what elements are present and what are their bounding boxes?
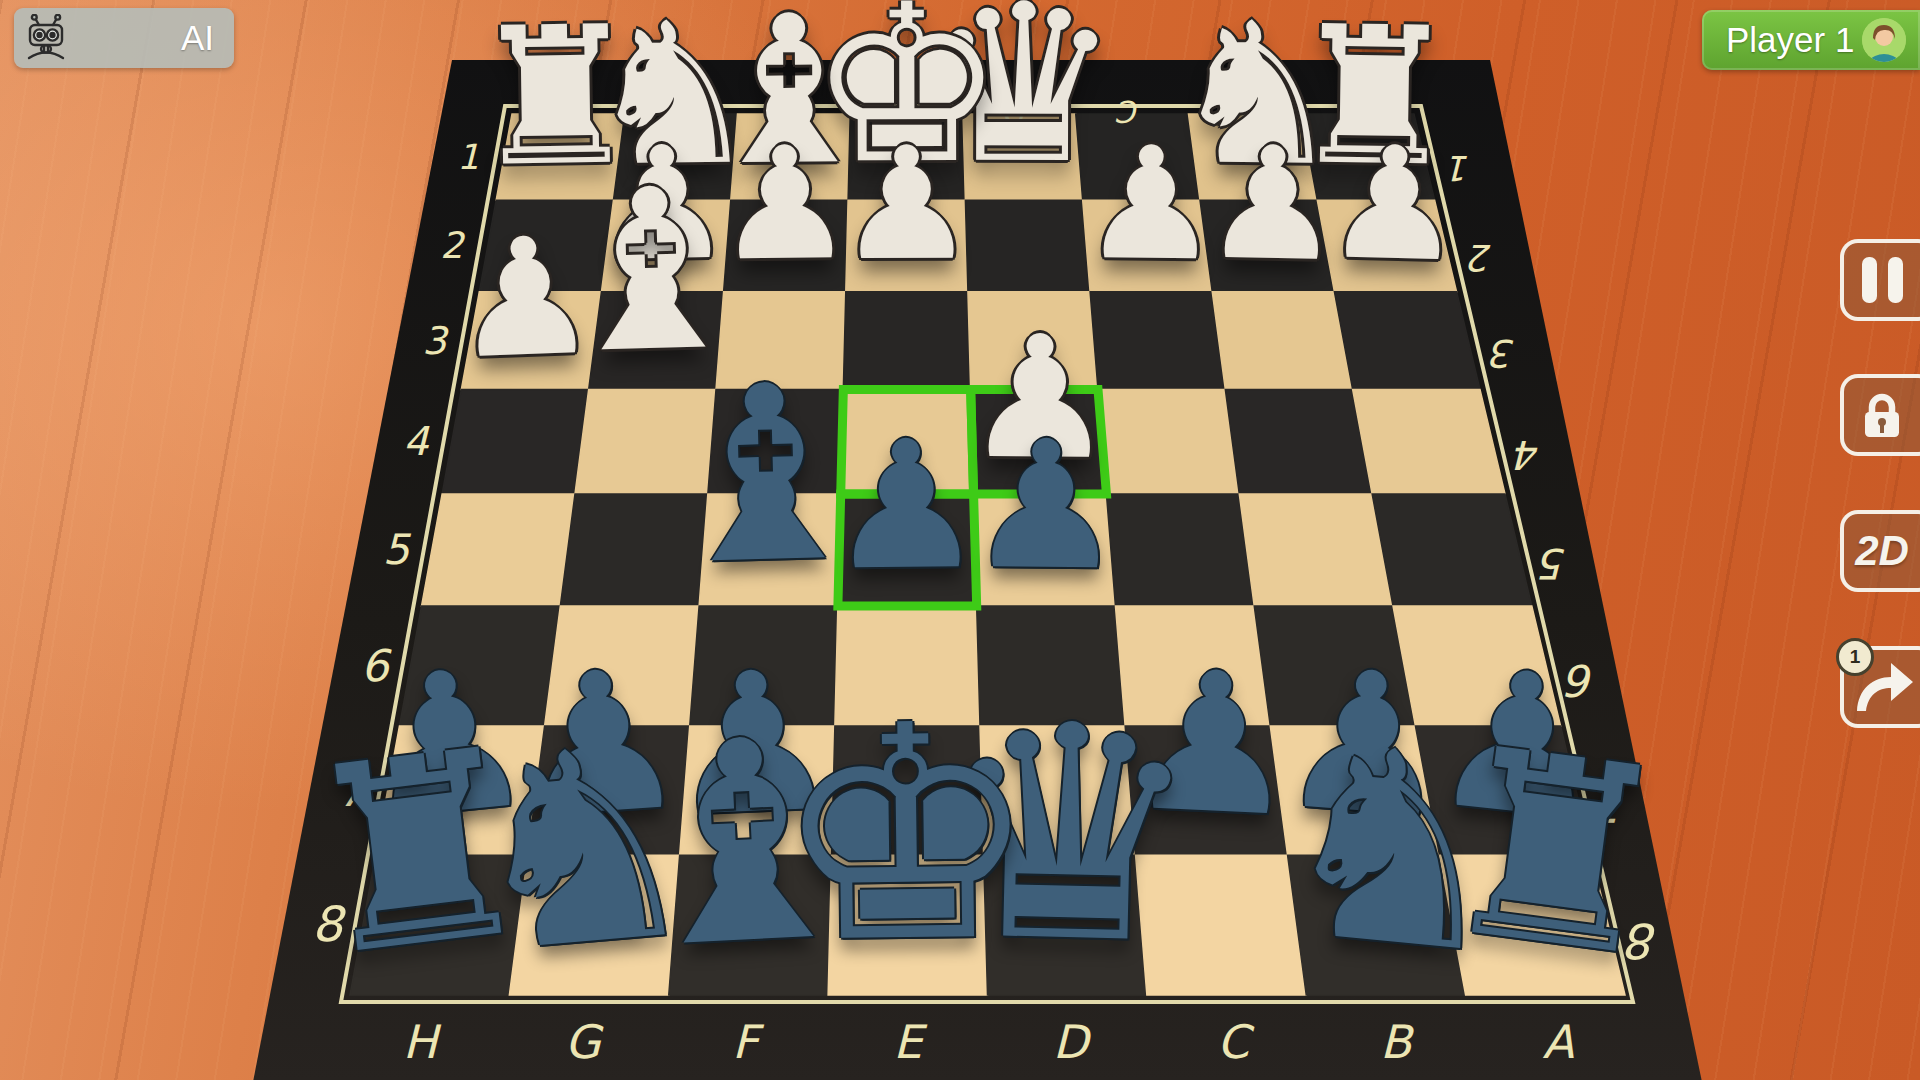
player-name: Player 1 — [1726, 20, 1854, 60]
pause-icon — [1862, 257, 1903, 303]
rank-label-right-4: 4 — [1514, 432, 1541, 478]
square-h5[interactable] — [422, 494, 575, 606]
square-a4[interactable] — [1353, 390, 1505, 494]
rank-label-right-2: 2 — [1467, 236, 1493, 279]
file-label-bottom-B: B — [1380, 1015, 1415, 1069]
square-b3[interactable] — [1212, 292, 1352, 390]
robot-icon — [22, 14, 70, 62]
file-label-bottom-A: A — [1543, 1015, 1575, 1069]
rank-label-left-3: 3 — [422, 319, 449, 363]
rank-label-right-5: 5 — [1538, 539, 1567, 588]
piece-black-pawn-d5[interactable]: ♟ — [966, 424, 1126, 588]
redo-count-badge: 1 — [1836, 638, 1874, 676]
piece-white-pawn-b2[interactable]: ♟ — [1201, 132, 1343, 278]
square-c5[interactable] — [1106, 494, 1254, 606]
piece-black-rook-h8[interactable]: ♜ — [291, 723, 548, 985]
rank-label-right-3: 3 — [1489, 331, 1516, 375]
square-a3[interactable] — [1334, 292, 1480, 390]
piece-black-bishop-f5[interactable]: ♝ — [655, 362, 877, 590]
file-label-bottom-D: D — [1053, 1015, 1093, 1069]
lock-button[interactable] — [1840, 374, 1920, 456]
file-label-bottom-H: H — [403, 1015, 442, 1069]
square-a5[interactable] — [1372, 494, 1532, 606]
piece-white-pawn-c2[interactable]: ♟ — [1080, 132, 1221, 277]
redo-button[interactable]: 1 — [1840, 646, 1920, 728]
view-2d-button[interactable]: 2D — [1840, 510, 1920, 592]
lock-icon — [1857, 390, 1907, 440]
rank-label-left-4: 4 — [403, 418, 430, 464]
pause-button[interactable] — [1840, 239, 1920, 321]
square-h4[interactable] — [442, 390, 589, 494]
view-2d-label: 2D — [1855, 527, 1909, 575]
opponent-name: AI — [181, 18, 214, 58]
player-avatar — [1862, 18, 1906, 62]
square-d2[interactable] — [965, 200, 1090, 292]
square-b4[interactable] — [1225, 390, 1372, 494]
piece-white-pawn-a2[interactable]: ♟ — [1322, 131, 1465, 278]
file-label-bottom-G: G — [565, 1015, 604, 1069]
piece-white-pawn-e2[interactable]: ♟ — [837, 133, 977, 277]
piece-black-knight-b8[interactable]: ♞ — [1264, 718, 1523, 983]
rank-label-left-5: 5 — [383, 525, 412, 574]
opponent-plaque: AI — [14, 8, 234, 68]
piece-white-pawn-h3[interactable]: ♟ — [450, 221, 601, 375]
player-plaque: Player 1 — [1702, 10, 1920, 70]
square-b5[interactable] — [1239, 494, 1393, 606]
